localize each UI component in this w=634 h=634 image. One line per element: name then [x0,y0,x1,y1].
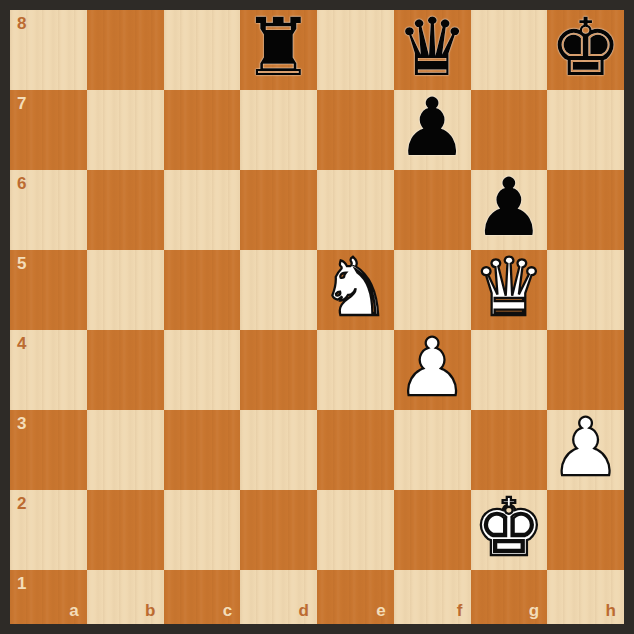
square-f2[interactable] [394,490,471,570]
file-label-d: d [299,601,309,621]
square-d6[interactable] [240,170,317,250]
rank-label-7: 7 [17,94,26,114]
square-a4[interactable]: 4 [10,330,87,410]
square-d2[interactable] [240,490,317,570]
square-e2[interactable] [317,490,394,570]
rank-label-4: 4 [17,334,26,354]
square-e6[interactable] [317,170,394,250]
file-label-e: e [376,601,385,621]
square-h5[interactable] [547,250,624,330]
square-d3[interactable] [240,410,317,490]
square-d5[interactable] [240,250,317,330]
square-e1[interactable]: e [317,570,394,624]
square-f8[interactable]: ♛ [394,10,471,90]
square-d7[interactable] [240,90,317,170]
square-f1[interactable]: f [394,570,471,624]
file-label-a: a [69,601,78,621]
square-a3[interactable]: 3 [10,410,87,490]
piece-black-rook-d8[interactable]: ♜ [243,8,315,88]
square-g7[interactable] [471,90,548,170]
square-e4[interactable] [317,330,394,410]
file-label-h: h [606,601,616,621]
file-label-g: g [529,601,539,621]
square-c1[interactable]: c [164,570,241,624]
rank-label-2: 2 [17,494,26,514]
square-c2[interactable] [164,490,241,570]
file-label-b: b [145,601,155,621]
square-d1[interactable]: d [240,570,317,624]
square-h6[interactable] [547,170,624,250]
rank-label-3: 3 [17,414,26,434]
square-b1[interactable]: b [87,570,164,624]
square-g8[interactable] [471,10,548,90]
square-f6[interactable] [394,170,471,250]
square-g4[interactable] [471,330,548,410]
square-f5[interactable] [394,250,471,330]
square-g3[interactable] [471,410,548,490]
square-c8[interactable] [164,10,241,90]
square-a6[interactable]: 6 [10,170,87,250]
square-c6[interactable] [164,170,241,250]
square-g5[interactable]: ♛ [471,250,548,330]
file-label-c: c [223,601,232,621]
square-a8[interactable]: 8 [10,10,87,90]
square-h7[interactable] [547,90,624,170]
square-f3[interactable] [394,410,471,490]
square-a1[interactable]: 1a [10,570,87,624]
square-b3[interactable] [87,410,164,490]
rank-label-1: 1 [17,574,26,594]
square-a2[interactable]: 2 [10,490,87,570]
square-f4[interactable]: ♟ [394,330,471,410]
square-b8[interactable] [87,10,164,90]
square-d8[interactable]: ♜ [240,10,317,90]
piece-white-king-g2[interactable]: ♚ [473,488,545,568]
square-h1[interactable]: h [547,570,624,624]
square-e8[interactable] [317,10,394,90]
piece-white-pawn-f4[interactable]: ♟ [396,328,468,408]
square-b2[interactable] [87,490,164,570]
square-h8[interactable]: ♚ [547,10,624,90]
square-a7[interactable]: 7 [10,90,87,170]
square-b4[interactable] [87,330,164,410]
square-h3[interactable]: ♟ [547,410,624,490]
square-c7[interactable] [164,90,241,170]
square-h2[interactable] [547,490,624,570]
rank-label-5: 5 [17,254,26,274]
square-c4[interactable] [164,330,241,410]
chess-board-frame: 8♜♛♚7♟6♟5♞♛4♟3♟2♚1abcdefgh [0,0,634,634]
rank-label-6: 6 [17,174,26,194]
square-b5[interactable] [87,250,164,330]
piece-black-pawn-f7[interactable]: ♟ [396,88,468,168]
square-c5[interactable] [164,250,241,330]
square-f7[interactable]: ♟ [394,90,471,170]
piece-white-knight-e5[interactable]: ♞ [320,248,392,328]
square-b6[interactable] [87,170,164,250]
square-e3[interactable] [317,410,394,490]
piece-white-queen-g5[interactable]: ♛ [473,248,545,328]
square-g1[interactable]: g [471,570,548,624]
square-g6[interactable]: ♟ [471,170,548,250]
square-e5[interactable]: ♞ [317,250,394,330]
square-a5[interactable]: 5 [10,250,87,330]
square-c3[interactable] [164,410,241,490]
piece-black-pawn-g6[interactable]: ♟ [473,168,545,248]
rank-label-8: 8 [17,14,26,34]
piece-white-pawn-h3[interactable]: ♟ [550,408,622,488]
square-d4[interactable] [240,330,317,410]
square-b7[interactable] [87,90,164,170]
square-g2[interactable]: ♚ [471,490,548,570]
square-e7[interactable] [317,90,394,170]
piece-black-king-h8[interactable]: ♚ [550,8,622,88]
square-h4[interactable] [547,330,624,410]
chess-board: 8♜♛♚7♟6♟5♞♛4♟3♟2♚1abcdefgh [10,10,624,624]
file-label-f: f [457,601,463,621]
piece-black-queen-f8[interactable]: ♛ [396,8,468,88]
